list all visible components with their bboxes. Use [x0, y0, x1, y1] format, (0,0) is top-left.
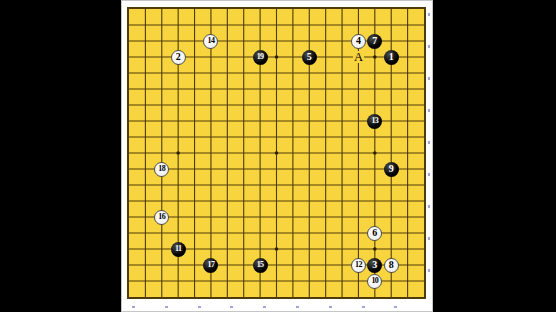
- stone-black-7: 7: [367, 34, 382, 49]
- point-F3: 17: [203, 257, 219, 273]
- stone-white-4: 4: [351, 34, 366, 49]
- point-R3: 8: [383, 257, 399, 273]
- point-M16: 5: [301, 49, 317, 65]
- point-label-A: A: [350, 49, 366, 65]
- letterbox-background: 12345678910111213141516171819A: [0, 0, 556, 312]
- point-D4: 11: [170, 241, 186, 257]
- stone-black-5: 5: [302, 50, 317, 65]
- point-R9: 9: [383, 161, 399, 177]
- stones-layer: 12345678910111213141516171819A: [121, 1, 432, 305]
- point-Q2: 10: [367, 273, 383, 289]
- ruler-ticks-bottom: [132, 306, 422, 308]
- point-C9: 18: [154, 161, 170, 177]
- go-board[interactable]: 12345678910111213141516171819A: [127, 7, 426, 299]
- stone-white-6: 6: [367, 226, 382, 241]
- point-Q17: 7: [367, 33, 383, 49]
- point-F17: 14: [203, 33, 219, 49]
- stone-white-8: 8: [384, 258, 399, 273]
- point-R16: 1: [383, 49, 399, 65]
- point-Q5: 6: [367, 225, 383, 241]
- stone-white-18: 18: [154, 162, 169, 177]
- stone-black-9: 9: [384, 162, 399, 177]
- stone-black-3: 3: [367, 258, 382, 273]
- stone-white-12: 12: [351, 258, 366, 273]
- point-J3: 15: [252, 257, 268, 273]
- point-P3: 12: [350, 257, 366, 273]
- point-Q12: 13: [367, 113, 383, 129]
- point-Q3: 3: [367, 257, 383, 273]
- point-D16: 2: [170, 49, 186, 65]
- stone-white-2: 2: [171, 50, 186, 65]
- point-C6: 16: [154, 209, 170, 225]
- stone-black-15: 15: [253, 258, 268, 273]
- stone-black-1: 1: [384, 50, 399, 65]
- stone-white-16: 16: [154, 210, 169, 225]
- stone-black-19: 19: [253, 50, 268, 65]
- board-panel: 12345678910111213141516171819A: [121, 0, 433, 312]
- label-text: A: [353, 51, 364, 64]
- ruler-ticks-right: [428, 13, 430, 301]
- stone-black-13: 13: [367, 114, 382, 129]
- stone-white-14: 14: [203, 34, 218, 49]
- stone-black-17: 17: [203, 258, 218, 273]
- point-P17: 4: [350, 33, 366, 49]
- stone-white-10: 10: [367, 274, 382, 289]
- point-J16: 19: [252, 49, 268, 65]
- stone-black-11: 11: [171, 242, 186, 257]
